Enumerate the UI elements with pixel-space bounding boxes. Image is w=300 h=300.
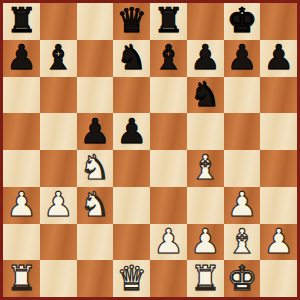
- square-d8[interactable]: ♛: [113, 3, 150, 40]
- square-e2[interactable]: ♟: [150, 224, 187, 261]
- piece-white-king: ♚: [227, 261, 257, 295]
- piece-black-pawn: ♟: [80, 114, 110, 148]
- square-d5[interactable]: ♟: [113, 113, 150, 150]
- square-d3[interactable]: [113, 187, 150, 224]
- square-a7[interactable]: ♟: [3, 40, 40, 77]
- piece-black-pawn: ♟: [190, 40, 220, 74]
- square-d2[interactable]: [113, 224, 150, 261]
- piece-black-pawn: ♟: [116, 114, 146, 148]
- square-b7[interactable]: ♝: [40, 40, 77, 77]
- square-e7[interactable]: ♝: [150, 40, 187, 77]
- square-c2[interactable]: [77, 224, 114, 261]
- square-d6[interactable]: [113, 77, 150, 114]
- square-h7[interactable]: ♟: [260, 40, 297, 77]
- square-f8[interactable]: [187, 3, 224, 40]
- piece-white-rook: ♜: [190, 261, 220, 295]
- piece-black-pawn: ♟: [263, 40, 293, 74]
- square-g3[interactable]: ♟: [224, 187, 261, 224]
- square-e6[interactable]: [150, 77, 187, 114]
- square-b3[interactable]: ♟: [40, 187, 77, 224]
- square-b5[interactable]: [40, 113, 77, 150]
- square-h4[interactable]: [260, 150, 297, 187]
- piece-white-bishop: ♝: [190, 150, 220, 184]
- square-e1[interactable]: [150, 260, 187, 297]
- square-g4[interactable]: [224, 150, 261, 187]
- square-f3[interactable]: [187, 187, 224, 224]
- square-d7[interactable]: ♞: [113, 40, 150, 77]
- square-g8[interactable]: ♚: [224, 3, 261, 40]
- square-c5[interactable]: ♟: [77, 113, 114, 150]
- square-a3[interactable]: ♟: [3, 187, 40, 224]
- piece-black-knight: ♞: [116, 40, 146, 74]
- square-b4[interactable]: [40, 150, 77, 187]
- piece-white-knight: ♞: [80, 150, 110, 184]
- square-c4[interactable]: ♞: [77, 150, 114, 187]
- piece-white-pawn: ♟: [227, 187, 257, 221]
- piece-white-pawn: ♟: [43, 187, 73, 221]
- square-g5[interactable]: [224, 113, 261, 150]
- piece-black-rook: ♜: [153, 3, 183, 37]
- square-h5[interactable]: [260, 113, 297, 150]
- square-d1[interactable]: ♛: [113, 260, 150, 297]
- square-a1[interactable]: ♜: [3, 260, 40, 297]
- piece-black-bishop: ♝: [153, 40, 183, 74]
- piece-white-pawn: ♟: [263, 224, 293, 258]
- piece-black-queen: ♛: [116, 3, 146, 37]
- square-e5[interactable]: [150, 113, 187, 150]
- square-a6[interactable]: [3, 77, 40, 114]
- piece-black-pawn: ♟: [6, 40, 36, 74]
- square-h2[interactable]: ♟: [260, 224, 297, 261]
- piece-white-pawn: ♟: [153, 224, 183, 258]
- square-f4[interactable]: ♝: [187, 150, 224, 187]
- board-grid: ♜♛♜♚♟♝♞♝♟♟♟♞♟♟♞♝♟♟♞♟♟♟♝♟♜♛♜♚: [3, 3, 297, 297]
- square-e8[interactable]: ♜: [150, 3, 187, 40]
- piece-black-king: ♚: [227, 3, 257, 37]
- square-b2[interactable]: [40, 224, 77, 261]
- piece-black-knight: ♞: [190, 77, 220, 111]
- square-f7[interactable]: ♟: [187, 40, 224, 77]
- square-c7[interactable]: [77, 40, 114, 77]
- square-e4[interactable]: [150, 150, 187, 187]
- square-e3[interactable]: [150, 187, 187, 224]
- square-b8[interactable]: [40, 3, 77, 40]
- square-a5[interactable]: [3, 113, 40, 150]
- square-h8[interactable]: [260, 3, 297, 40]
- piece-black-pawn: ♟: [227, 40, 257, 74]
- square-a8[interactable]: ♜: [3, 3, 40, 40]
- square-b1[interactable]: [40, 260, 77, 297]
- piece-white-pawn: ♟: [6, 187, 36, 221]
- square-a4[interactable]: [3, 150, 40, 187]
- square-g6[interactable]: [224, 77, 261, 114]
- square-c1[interactable]: [77, 260, 114, 297]
- square-b6[interactable]: [40, 77, 77, 114]
- piece-white-pawn: ♟: [190, 224, 220, 258]
- chess-board: ♜♛♜♚♟♝♞♝♟♟♟♞♟♟♞♝♟♟♞♟♟♟♝♟♜♛♜♚: [0, 0, 300, 300]
- piece-white-knight: ♞: [80, 187, 110, 221]
- square-c3[interactable]: ♞: [77, 187, 114, 224]
- square-g1[interactable]: ♚: [224, 260, 261, 297]
- square-h6[interactable]: [260, 77, 297, 114]
- square-d4[interactable]: [113, 150, 150, 187]
- piece-white-bishop: ♝: [227, 224, 257, 258]
- square-g7[interactable]: ♟: [224, 40, 261, 77]
- square-f5[interactable]: [187, 113, 224, 150]
- square-f1[interactable]: ♜: [187, 260, 224, 297]
- square-c8[interactable]: [77, 3, 114, 40]
- square-c6[interactable]: [77, 77, 114, 114]
- square-f6[interactable]: ♞: [187, 77, 224, 114]
- square-a2[interactable]: [3, 224, 40, 261]
- piece-black-rook: ♜: [6, 3, 36, 37]
- square-g2[interactable]: ♝: [224, 224, 261, 261]
- square-h1[interactable]: [260, 260, 297, 297]
- square-h3[interactable]: [260, 187, 297, 224]
- piece-white-queen: ♛: [116, 261, 146, 295]
- piece-black-bishop: ♝: [43, 40, 73, 74]
- square-f2[interactable]: ♟: [187, 224, 224, 261]
- piece-white-rook: ♜: [6, 261, 36, 295]
